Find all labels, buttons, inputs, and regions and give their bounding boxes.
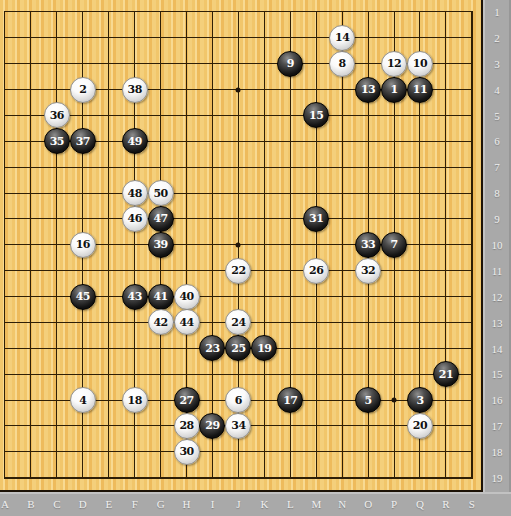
point-D2[interactable] — [70, 25, 96, 51]
point-N11[interactable] — [329, 258, 355, 284]
point-L5[interactable] — [277, 103, 303, 129]
stone-black-11[interactable]: 11 — [407, 77, 433, 103]
point-N17[interactable] — [329, 413, 355, 439]
point-I19[interactable] — [200, 465, 226, 491]
point-K16[interactable] — [251, 387, 277, 413]
point-J3[interactable] — [225, 51, 251, 77]
point-S18[interactable] — [459, 439, 483, 465]
point-E1[interactable] — [96, 0, 122, 25]
point-P18[interactable] — [381, 439, 407, 465]
point-C1[interactable] — [44, 0, 70, 25]
point-A11[interactable] — [0, 258, 18, 284]
point-E19[interactable] — [96, 465, 122, 491]
point-G2[interactable] — [148, 25, 174, 51]
point-D18[interactable] — [70, 439, 96, 465]
point-N8[interactable] — [329, 180, 355, 206]
point-D11[interactable] — [70, 258, 96, 284]
point-J7[interactable] — [225, 154, 251, 180]
point-G11[interactable] — [148, 258, 174, 284]
point-Q17[interactable]: 20 — [407, 413, 433, 439]
point-M7[interactable] — [303, 154, 329, 180]
stone-white-18[interactable]: 18 — [122, 387, 148, 413]
point-P4[interactable]: 1 — [381, 77, 407, 103]
point-S10[interactable] — [459, 232, 483, 258]
point-N1[interactable] — [329, 0, 355, 25]
point-E18[interactable] — [96, 439, 122, 465]
point-I10[interactable] — [200, 232, 226, 258]
point-N5[interactable] — [329, 103, 355, 129]
point-P7[interactable] — [381, 154, 407, 180]
point-L1[interactable] — [277, 0, 303, 25]
point-I8[interactable] — [200, 180, 226, 206]
point-O18[interactable] — [355, 439, 381, 465]
point-E9[interactable] — [96, 206, 122, 232]
point-Q14[interactable] — [407, 335, 433, 361]
point-A1[interactable] — [0, 0, 18, 25]
stone-white-28[interactable]: 28 — [174, 413, 200, 439]
point-M16[interactable] — [303, 387, 329, 413]
point-E3[interactable] — [96, 51, 122, 77]
point-B15[interactable] — [18, 361, 44, 387]
stone-black-29[interactable]: 29 — [199, 413, 225, 439]
stone-black-3[interactable]: 3 — [407, 387, 433, 413]
stone-white-8[interactable]: 8 — [329, 51, 355, 77]
point-G3[interactable] — [148, 51, 174, 77]
point-D19[interactable] — [70, 465, 96, 491]
stone-black-17[interactable]: 17 — [277, 387, 303, 413]
point-G5[interactable] — [148, 103, 174, 129]
stone-black-47[interactable]: 47 — [148, 206, 174, 232]
stone-black-25[interactable]: 25 — [225, 335, 251, 361]
point-A16[interactable] — [0, 387, 18, 413]
point-S5[interactable] — [459, 103, 483, 129]
point-F13[interactable] — [122, 310, 148, 336]
point-D16[interactable]: 4 — [70, 387, 96, 413]
point-K12[interactable] — [251, 284, 277, 310]
point-R6[interactable] — [433, 128, 459, 154]
point-P1[interactable] — [381, 0, 407, 25]
point-H15[interactable] — [174, 361, 200, 387]
point-M10[interactable] — [303, 232, 329, 258]
point-O17[interactable] — [355, 413, 381, 439]
point-L11[interactable] — [277, 258, 303, 284]
point-K5[interactable] — [251, 103, 277, 129]
point-G16[interactable] — [148, 387, 174, 413]
point-I2[interactable] — [200, 25, 226, 51]
point-K10[interactable] — [251, 232, 277, 258]
point-K3[interactable] — [251, 51, 277, 77]
point-N6[interactable] — [329, 128, 355, 154]
point-E6[interactable] — [96, 128, 122, 154]
point-J11[interactable]: 22 — [225, 258, 251, 284]
point-O14[interactable] — [355, 335, 381, 361]
point-O11[interactable]: 32 — [355, 258, 381, 284]
point-A13[interactable] — [0, 310, 18, 336]
point-E5[interactable] — [96, 103, 122, 129]
point-M9[interactable]: 31 — [303, 206, 329, 232]
point-Q1[interactable] — [407, 0, 433, 25]
point-K1[interactable] — [251, 0, 277, 25]
point-R9[interactable] — [433, 206, 459, 232]
point-N2[interactable]: 14 — [329, 25, 355, 51]
point-M6[interactable] — [303, 128, 329, 154]
point-M14[interactable] — [303, 335, 329, 361]
stone-black-21[interactable]: 21 — [433, 361, 459, 387]
point-I5[interactable] — [200, 103, 226, 129]
point-H1[interactable] — [174, 0, 200, 25]
point-D4[interactable]: 2 — [70, 77, 96, 103]
point-P12[interactable] — [381, 284, 407, 310]
point-C7[interactable] — [44, 154, 70, 180]
point-I6[interactable] — [200, 128, 226, 154]
point-P3[interactable]: 12 — [381, 51, 407, 77]
point-Q6[interactable] — [407, 128, 433, 154]
point-P14[interactable] — [381, 335, 407, 361]
point-C3[interactable] — [44, 51, 70, 77]
point-H17[interactable]: 28 — [174, 413, 200, 439]
point-D1[interactable] — [70, 0, 96, 25]
point-L4[interactable] — [277, 77, 303, 103]
stone-black-49[interactable]: 49 — [122, 128, 148, 154]
point-C10[interactable] — [44, 232, 70, 258]
stone-black-33[interactable]: 33 — [355, 232, 381, 258]
point-L16[interactable]: 17 — [277, 387, 303, 413]
stone-white-36[interactable]: 36 — [44, 102, 70, 128]
point-N19[interactable] — [329, 465, 355, 491]
point-C6[interactable]: 35 — [44, 128, 70, 154]
point-R4[interactable] — [433, 77, 459, 103]
point-H14[interactable] — [174, 335, 200, 361]
point-K15[interactable] — [251, 361, 277, 387]
point-J1[interactable] — [225, 0, 251, 25]
point-Q9[interactable] — [407, 206, 433, 232]
point-M19[interactable] — [303, 465, 329, 491]
point-Q11[interactable] — [407, 258, 433, 284]
point-I7[interactable] — [200, 154, 226, 180]
point-G14[interactable] — [148, 335, 174, 361]
point-P11[interactable] — [381, 258, 407, 284]
point-Q16[interactable]: 3 — [407, 387, 433, 413]
point-R13[interactable] — [433, 310, 459, 336]
point-J18[interactable] — [225, 439, 251, 465]
point-B16[interactable] — [18, 387, 44, 413]
point-A17[interactable] — [0, 413, 18, 439]
point-A7[interactable] — [0, 154, 18, 180]
point-S14[interactable] — [459, 335, 483, 361]
point-F4[interactable]: 38 — [122, 77, 148, 103]
point-H11[interactable] — [174, 258, 200, 284]
point-M5[interactable]: 15 — [303, 103, 329, 129]
point-G13[interactable]: 42 — [148, 310, 174, 336]
stone-black-19[interactable]: 19 — [251, 335, 277, 361]
stone-black-27[interactable]: 27 — [174, 387, 200, 413]
point-M11[interactable]: 26 — [303, 258, 329, 284]
point-K2[interactable] — [251, 25, 277, 51]
stone-white-14[interactable]: 14 — [329, 25, 355, 51]
point-M12[interactable] — [303, 284, 329, 310]
point-G19[interactable] — [148, 465, 174, 491]
point-C18[interactable] — [44, 439, 70, 465]
point-J10[interactable] — [225, 232, 251, 258]
point-Q2[interactable] — [407, 25, 433, 51]
stone-black-39[interactable]: 39 — [148, 232, 174, 258]
point-I17[interactable]: 29 — [200, 413, 226, 439]
point-I13[interactable] — [200, 310, 226, 336]
stone-white-16[interactable]: 16 — [70, 232, 96, 258]
point-C17[interactable] — [44, 413, 70, 439]
point-F9[interactable]: 46 — [122, 206, 148, 232]
point-C13[interactable] — [44, 310, 70, 336]
stone-white-40[interactable]: 40 — [174, 284, 200, 310]
point-A9[interactable] — [0, 206, 18, 232]
point-P2[interactable] — [381, 25, 407, 51]
point-L19[interactable] — [277, 465, 303, 491]
point-H19[interactable] — [174, 465, 200, 491]
point-N4[interactable] — [329, 77, 355, 103]
point-R1[interactable] — [433, 0, 459, 25]
point-D12[interactable]: 45 — [70, 284, 96, 310]
point-B11[interactable] — [18, 258, 44, 284]
point-G17[interactable] — [148, 413, 174, 439]
point-F3[interactable] — [122, 51, 148, 77]
stone-black-9[interactable]: 9 — [277, 51, 303, 77]
stone-white-10[interactable]: 10 — [407, 51, 433, 77]
point-F7[interactable] — [122, 154, 148, 180]
point-E16[interactable] — [96, 387, 122, 413]
point-B17[interactable] — [18, 413, 44, 439]
point-K9[interactable] — [251, 206, 277, 232]
point-B5[interactable] — [18, 103, 44, 129]
point-F16[interactable]: 18 — [122, 387, 148, 413]
point-A5[interactable] — [0, 103, 18, 129]
point-R15[interactable]: 21 — [433, 361, 459, 387]
point-E11[interactable] — [96, 258, 122, 284]
point-N7[interactable] — [329, 154, 355, 180]
point-H13[interactable]: 44 — [174, 310, 200, 336]
point-C8[interactable] — [44, 180, 70, 206]
point-O7[interactable] — [355, 154, 381, 180]
point-S17[interactable] — [459, 413, 483, 439]
stone-black-5[interactable]: 5 — [355, 387, 381, 413]
stone-white-22[interactable]: 22 — [225, 258, 251, 284]
stone-black-43[interactable]: 43 — [122, 284, 148, 310]
point-A14[interactable] — [0, 335, 18, 361]
point-F1[interactable] — [122, 0, 148, 25]
point-B2[interactable] — [18, 25, 44, 51]
point-R2[interactable] — [433, 25, 459, 51]
point-L9[interactable] — [277, 206, 303, 232]
point-E12[interactable] — [96, 284, 122, 310]
stone-white-48[interactable]: 48 — [122, 180, 148, 206]
stone-black-15[interactable]: 15 — [303, 102, 329, 128]
point-B7[interactable] — [18, 154, 44, 180]
point-R18[interactable] — [433, 439, 459, 465]
point-P19[interactable] — [381, 465, 407, 491]
point-N18[interactable] — [329, 439, 355, 465]
point-H4[interactable] — [174, 77, 200, 103]
point-J4[interactable] — [225, 77, 251, 103]
stone-white-50[interactable]: 50 — [148, 180, 174, 206]
point-H7[interactable] — [174, 154, 200, 180]
point-G1[interactable] — [148, 0, 174, 25]
stone-white-6[interactable]: 6 — [225, 387, 251, 413]
point-Q4[interactable]: 11 — [407, 77, 433, 103]
point-D9[interactable] — [70, 206, 96, 232]
stone-white-34[interactable]: 34 — [225, 413, 251, 439]
point-O10[interactable]: 33 — [355, 232, 381, 258]
stone-white-26[interactable]: 26 — [303, 258, 329, 284]
point-Q3[interactable]: 10 — [407, 51, 433, 77]
point-K14[interactable]: 19 — [251, 335, 277, 361]
point-R10[interactable] — [433, 232, 459, 258]
point-O13[interactable] — [355, 310, 381, 336]
point-P16[interactable] — [381, 387, 407, 413]
point-P9[interactable] — [381, 206, 407, 232]
stone-black-1[interactable]: 1 — [381, 77, 407, 103]
point-J16[interactable]: 6 — [225, 387, 251, 413]
point-H2[interactable] — [174, 25, 200, 51]
point-D14[interactable] — [70, 335, 96, 361]
point-C9[interactable] — [44, 206, 70, 232]
point-E13[interactable] — [96, 310, 122, 336]
point-L8[interactable] — [277, 180, 303, 206]
point-N13[interactable] — [329, 310, 355, 336]
point-I12[interactable] — [200, 284, 226, 310]
point-M1[interactable] — [303, 0, 329, 25]
point-Q19[interactable] — [407, 465, 433, 491]
stone-white-20[interactable]: 20 — [407, 413, 433, 439]
point-B3[interactable] — [18, 51, 44, 77]
point-G12[interactable]: 41 — [148, 284, 174, 310]
point-I18[interactable] — [200, 439, 226, 465]
point-K7[interactable] — [251, 154, 277, 180]
point-S12[interactable] — [459, 284, 483, 310]
point-I15[interactable] — [200, 361, 226, 387]
point-K13[interactable] — [251, 310, 277, 336]
point-R12[interactable] — [433, 284, 459, 310]
point-A2[interactable] — [0, 25, 18, 51]
point-M3[interactable] — [303, 51, 329, 77]
point-Q12[interactable] — [407, 284, 433, 310]
point-P5[interactable] — [381, 103, 407, 129]
point-F11[interactable] — [122, 258, 148, 284]
point-M18[interactable] — [303, 439, 329, 465]
point-L3[interactable]: 9 — [277, 51, 303, 77]
point-A8[interactable] — [0, 180, 18, 206]
point-O16[interactable]: 5 — [355, 387, 381, 413]
point-H9[interactable] — [174, 206, 200, 232]
point-K19[interactable] — [251, 465, 277, 491]
point-R3[interactable] — [433, 51, 459, 77]
point-D10[interactable]: 16 — [70, 232, 96, 258]
point-N16[interactable] — [329, 387, 355, 413]
point-O15[interactable] — [355, 361, 381, 387]
point-O3[interactable] — [355, 51, 381, 77]
point-C19[interactable] — [44, 465, 70, 491]
point-A3[interactable] — [0, 51, 18, 77]
point-C15[interactable] — [44, 361, 70, 387]
point-H12[interactable]: 40 — [174, 284, 200, 310]
point-I16[interactable] — [200, 387, 226, 413]
point-H3[interactable] — [174, 51, 200, 77]
point-E8[interactable] — [96, 180, 122, 206]
point-G7[interactable] — [148, 154, 174, 180]
point-Q5[interactable] — [407, 103, 433, 129]
point-G4[interactable] — [148, 77, 174, 103]
point-D15[interactable] — [70, 361, 96, 387]
point-G8[interactable]: 50 — [148, 180, 174, 206]
point-C12[interactable] — [44, 284, 70, 310]
point-L7[interactable] — [277, 154, 303, 180]
point-R19[interactable] — [433, 465, 459, 491]
stone-white-42[interactable]: 42 — [148, 309, 174, 335]
point-H10[interactable] — [174, 232, 200, 258]
point-I4[interactable] — [200, 77, 226, 103]
point-Q8[interactable] — [407, 180, 433, 206]
point-A19[interactable] — [0, 465, 18, 491]
point-S2[interactable] — [459, 25, 483, 51]
point-K8[interactable] — [251, 180, 277, 206]
point-R8[interactable] — [433, 180, 459, 206]
point-D6[interactable]: 37 — [70, 128, 96, 154]
point-S4[interactable] — [459, 77, 483, 103]
point-M4[interactable] — [303, 77, 329, 103]
point-D8[interactable] — [70, 180, 96, 206]
point-M15[interactable] — [303, 361, 329, 387]
point-E15[interactable] — [96, 361, 122, 387]
point-G10[interactable]: 39 — [148, 232, 174, 258]
point-N3[interactable]: 8 — [329, 51, 355, 77]
point-G18[interactable] — [148, 439, 174, 465]
stone-white-38[interactable]: 38 — [122, 77, 148, 103]
point-K6[interactable] — [251, 128, 277, 154]
point-G6[interactable] — [148, 128, 174, 154]
point-I3[interactable] — [200, 51, 226, 77]
point-S6[interactable] — [459, 128, 483, 154]
stone-black-41[interactable]: 41 — [148, 284, 174, 310]
point-A6[interactable] — [0, 128, 18, 154]
point-S11[interactable] — [459, 258, 483, 284]
point-N14[interactable] — [329, 335, 355, 361]
point-E4[interactable] — [96, 77, 122, 103]
point-D17[interactable] — [70, 413, 96, 439]
point-L14[interactable] — [277, 335, 303, 361]
stone-black-35[interactable]: 35 — [44, 128, 70, 154]
point-S8[interactable] — [459, 180, 483, 206]
point-B4[interactable] — [18, 77, 44, 103]
point-E7[interactable] — [96, 154, 122, 180]
point-E10[interactable] — [96, 232, 122, 258]
point-A12[interactable] — [0, 284, 18, 310]
point-P6[interactable] — [381, 128, 407, 154]
stone-white-2[interactable]: 2 — [70, 77, 96, 103]
point-B1[interactable] — [18, 0, 44, 25]
point-L17[interactable] — [277, 413, 303, 439]
point-R7[interactable] — [433, 154, 459, 180]
point-S13[interactable] — [459, 310, 483, 336]
point-G9[interactable]: 47 — [148, 206, 174, 232]
point-F19[interactable] — [122, 465, 148, 491]
point-S19[interactable] — [459, 465, 483, 491]
point-H18[interactable]: 30 — [174, 439, 200, 465]
point-B18[interactable] — [18, 439, 44, 465]
point-A4[interactable] — [0, 77, 18, 103]
point-B13[interactable] — [18, 310, 44, 336]
point-L10[interactable] — [277, 232, 303, 258]
point-F8[interactable]: 48 — [122, 180, 148, 206]
point-J19[interactable] — [225, 465, 251, 491]
point-B8[interactable] — [18, 180, 44, 206]
